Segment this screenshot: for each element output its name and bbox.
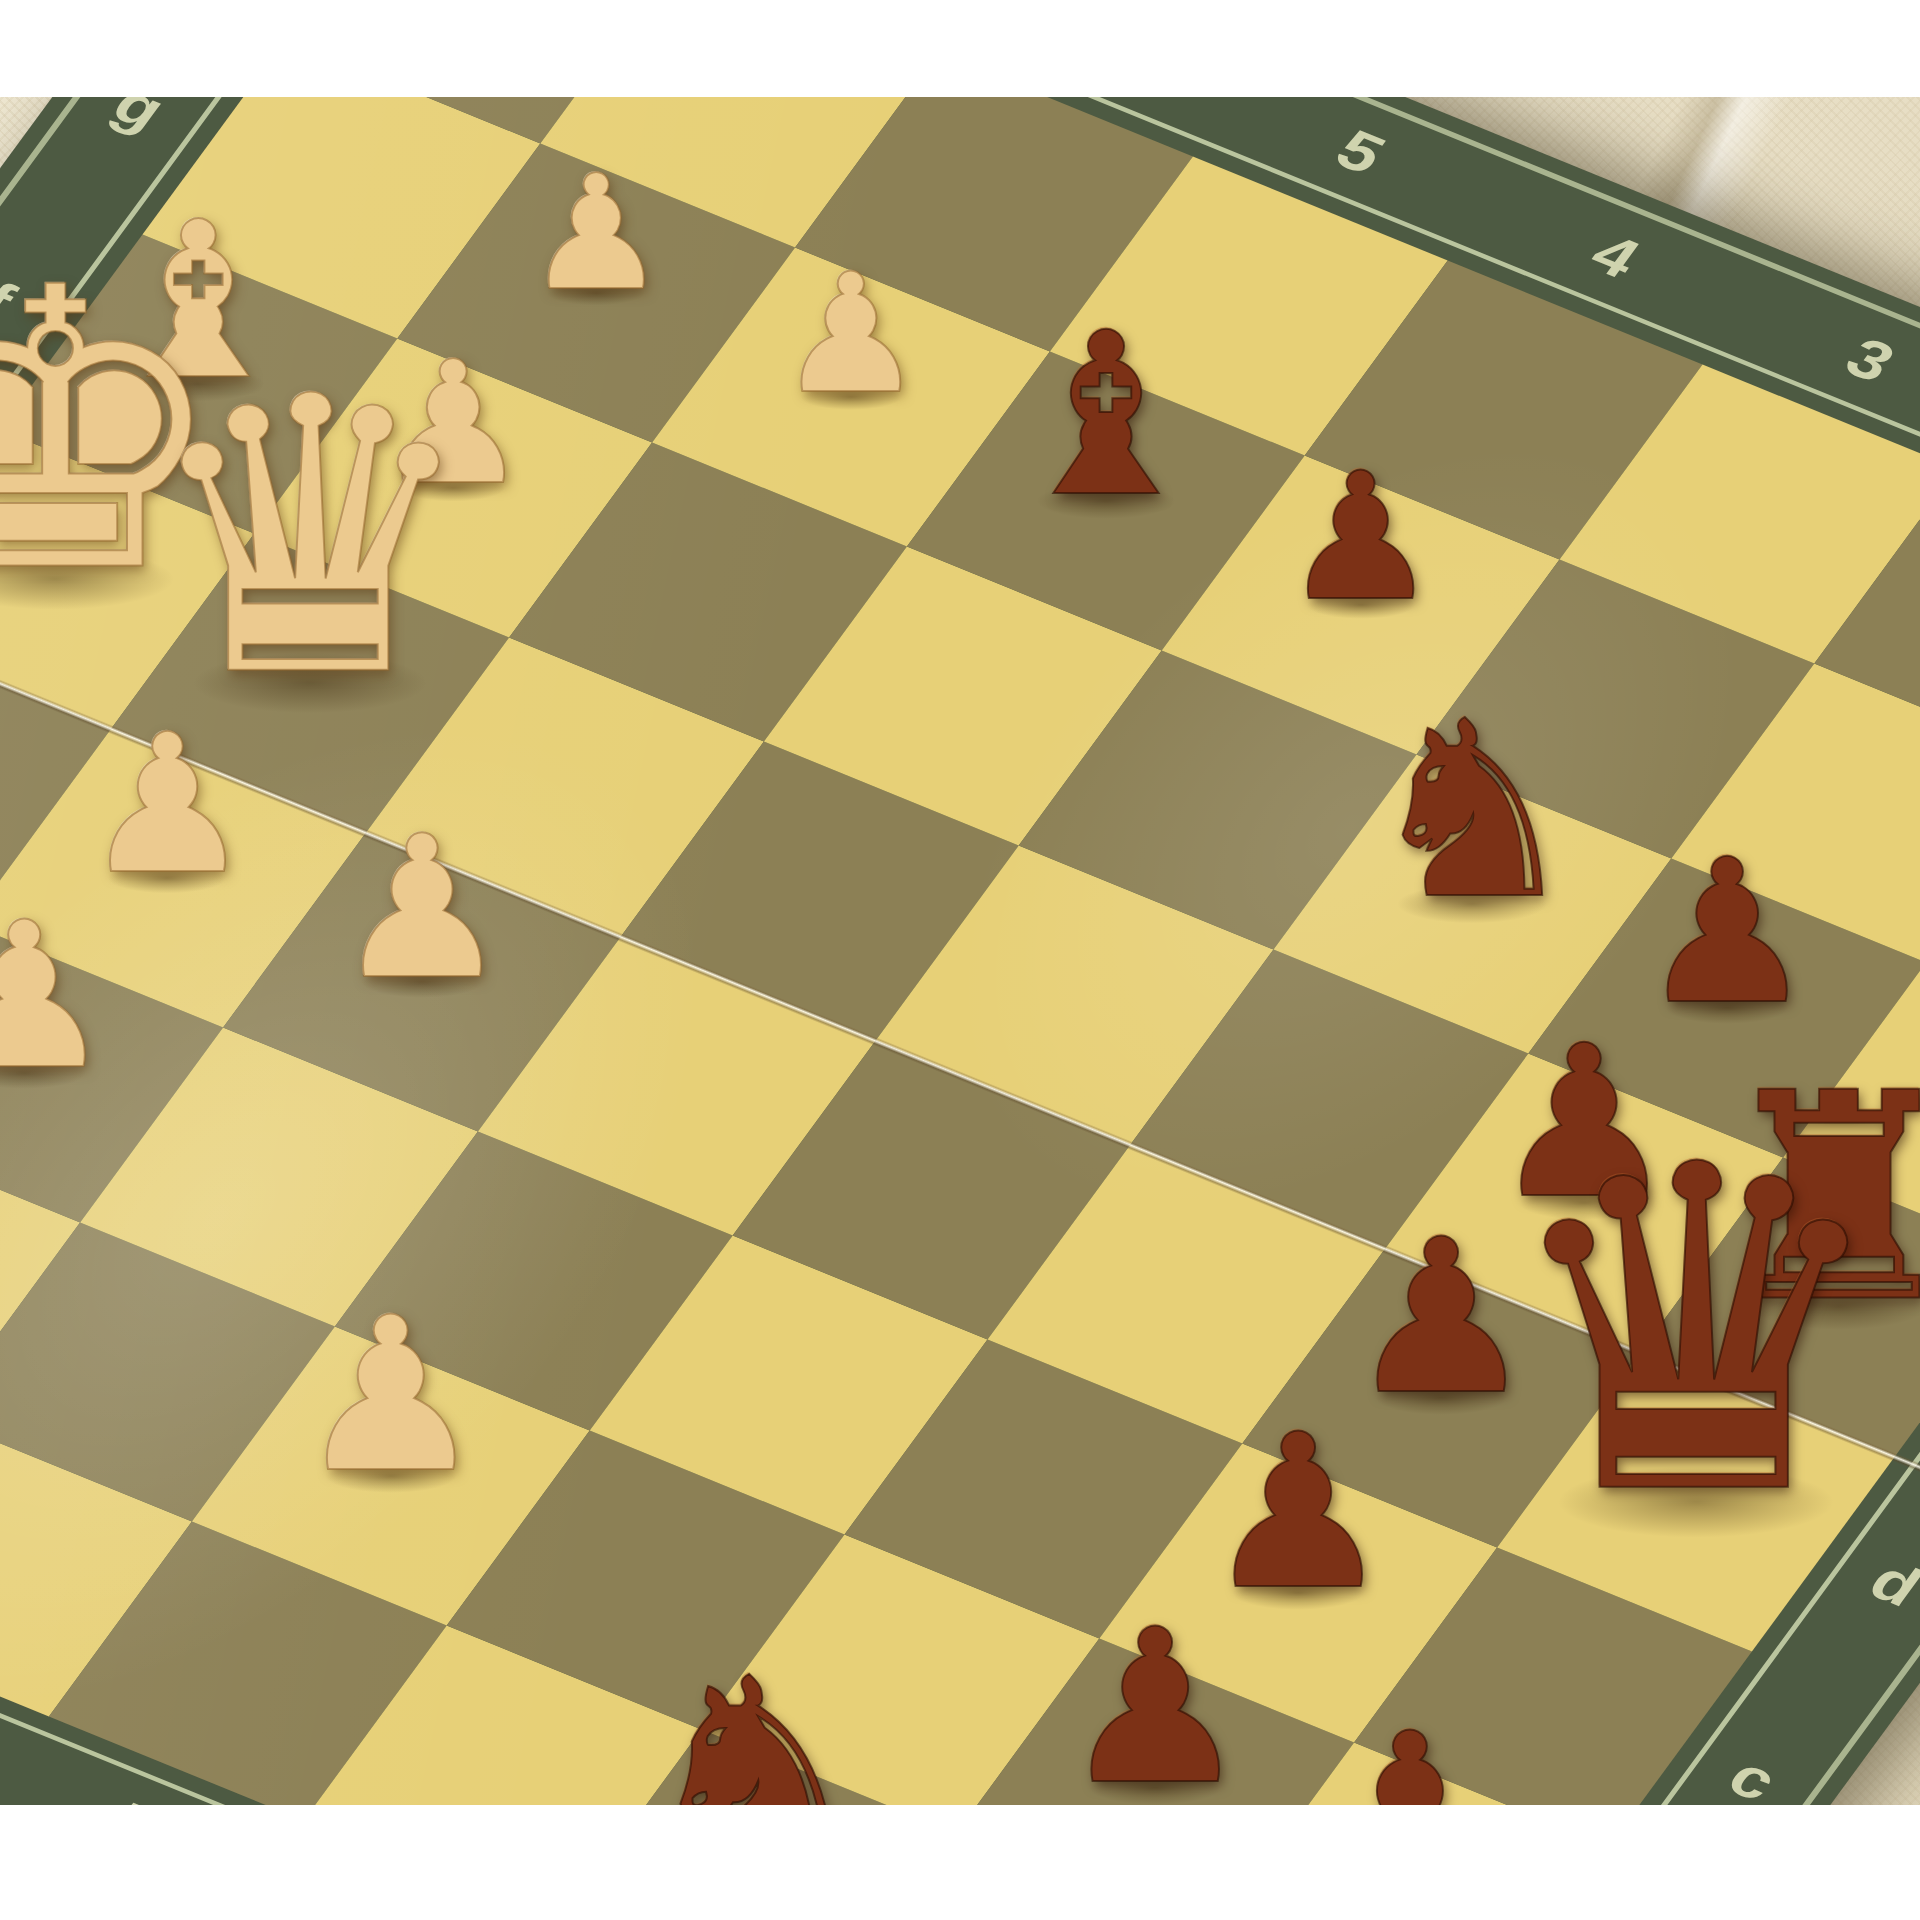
rank-label-right-5: 5 <box>1323 117 1401 188</box>
white-bar-bottom <box>0 1805 1920 1920</box>
file-label-top-g: g <box>100 97 181 143</box>
file-label-bottom-c: c <box>1715 1744 1793 1805</box>
white-bar-top <box>0 0 1920 97</box>
chessboard: 1122334455667788aabbccddeeffgghh <box>0 97 1920 1805</box>
photo-area: 1122334455667788aabbccddeeffgghh ♚♝♟♛♟♟♟… <box>0 97 1920 1805</box>
rank-label-left-5: 5 <box>96 1789 174 1805</box>
file-label-bottom-d: d <box>1856 1548 1920 1620</box>
board-squares <box>0 97 1920 1805</box>
product-photo: 1122334455667788aabbccddeeffgghh ♚♝♟♛♟♟♟… <box>0 0 1920 1920</box>
rank-label-right-4: 4 <box>1578 221 1656 292</box>
file-label-top-f: f <box>0 270 29 335</box>
rank-label-right-3: 3 <box>1832 325 1910 396</box>
